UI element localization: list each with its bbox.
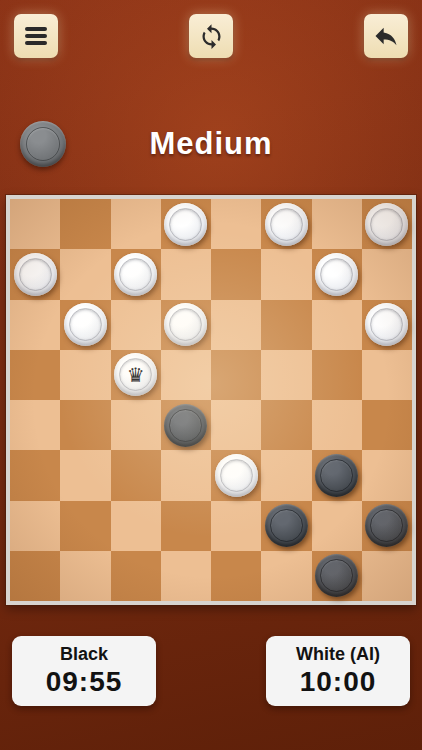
piece-ring — [169, 409, 202, 442]
white-man-piece[interactable] — [14, 253, 57, 296]
board-square[interactable] — [312, 400, 362, 450]
board-square[interactable] — [211, 551, 261, 601]
board-square[interactable] — [312, 300, 362, 350]
board-square[interactable] — [111, 400, 161, 450]
board-square[interactable] — [261, 300, 311, 350]
board-square[interactable] — [111, 551, 161, 601]
board-square[interactable] — [161, 300, 211, 350]
white-player-clock: White (AI) 10:00 — [266, 636, 410, 706]
white-man-piece[interactable] — [365, 203, 408, 246]
board-square[interactable] — [10, 450, 60, 500]
restart-button[interactable] — [189, 14, 233, 58]
board-square[interactable] — [161, 400, 211, 450]
board-square[interactable] — [312, 501, 362, 551]
board-square[interactable] — [161, 501, 211, 551]
board-square[interactable] — [312, 199, 362, 249]
white-player-time: 10:00 — [300, 666, 377, 698]
board-square[interactable] — [362, 501, 412, 551]
board-square[interactable] — [10, 300, 60, 350]
board-square[interactable] — [10, 400, 60, 450]
board-square[interactable] — [111, 501, 161, 551]
board-square[interactable] — [10, 501, 60, 551]
black-player-time: 09:55 — [46, 666, 123, 698]
black-man-piece[interactable] — [265, 504, 308, 547]
white-player-label: White (AI) — [296, 644, 380, 665]
piece-ring — [320, 258, 353, 291]
board-square[interactable] — [60, 551, 110, 601]
board-square[interactable] — [211, 199, 261, 249]
board-square[interactable] — [261, 249, 311, 299]
board-square[interactable] — [362, 450, 412, 500]
piece-ring — [220, 459, 253, 492]
board-square[interactable] — [312, 551, 362, 601]
board-square[interactable] — [111, 300, 161, 350]
board-square[interactable] — [10, 199, 60, 249]
refresh-icon — [198, 23, 225, 50]
piece-ring — [119, 258, 152, 291]
board-square[interactable] — [60, 199, 110, 249]
black-player-clock: Black 09:55 — [12, 636, 156, 706]
piece-ring — [169, 208, 202, 241]
board-square[interactable] — [312, 350, 362, 400]
black-man-piece[interactable] — [365, 504, 408, 547]
king-crown-icon: ♛ — [114, 353, 157, 396]
hamburger-icon — [25, 27, 47, 45]
board-square[interactable] — [312, 249, 362, 299]
black-man-piece[interactable] — [315, 554, 358, 597]
board-square[interactable] — [211, 400, 261, 450]
checkers-app-screen: { "game": "checkers", "header": { "title… — [0, 0, 422, 750]
piece-ring — [69, 308, 102, 341]
board-square[interactable] — [60, 350, 110, 400]
board-square[interactable] — [111, 450, 161, 500]
board-square[interactable] — [362, 300, 412, 350]
board-square[interactable] — [362, 249, 412, 299]
white-king-piece[interactable]: ♛ — [114, 353, 157, 396]
piece-ring — [320, 459, 353, 492]
board-square[interactable] — [60, 501, 110, 551]
black-player-label: Black — [60, 644, 108, 665]
white-man-piece[interactable] — [215, 454, 258, 497]
board-square[interactable] — [261, 501, 311, 551]
piece-ring — [169, 308, 202, 341]
board-square[interactable] — [111, 199, 161, 249]
piece-ring — [320, 559, 353, 592]
board-square[interactable] — [261, 199, 311, 249]
white-man-piece[interactable] — [315, 253, 358, 296]
board[interactable]: ♛ — [6, 195, 416, 605]
board-square[interactable] — [211, 300, 261, 350]
board-square[interactable] — [362, 199, 412, 249]
black-man-piece[interactable] — [164, 404, 207, 447]
board-square[interactable] — [261, 551, 311, 601]
board-square[interactable] — [261, 450, 311, 500]
white-man-piece[interactable] — [164, 303, 207, 346]
board-square[interactable] — [362, 551, 412, 601]
board-square[interactable] — [211, 350, 261, 400]
menu-button[interactable] — [14, 14, 58, 58]
piece-ring — [270, 208, 303, 241]
white-man-piece[interactable] — [114, 253, 157, 296]
board-square[interactable] — [362, 400, 412, 450]
undo-button[interactable] — [364, 14, 408, 58]
board-square[interactable] — [60, 300, 110, 350]
board-square[interactable] — [161, 249, 211, 299]
undo-arrow-icon — [372, 22, 400, 50]
board-square[interactable] — [10, 350, 60, 400]
black-man-piece[interactable] — [315, 454, 358, 497]
board-square[interactable] — [161, 551, 211, 601]
piece-ring — [370, 208, 403, 241]
board-square[interactable] — [261, 400, 311, 450]
difficulty-title: Medium — [0, 126, 422, 162]
white-man-piece[interactable] — [164, 203, 207, 246]
piece-ring — [370, 509, 403, 542]
board-square[interactable] — [60, 450, 110, 500]
white-man-piece[interactable] — [265, 203, 308, 246]
white-man-piece[interactable] — [365, 303, 408, 346]
board-square[interactable] — [60, 400, 110, 450]
board-square[interactable] — [10, 249, 60, 299]
piece-ring — [19, 258, 52, 291]
board-square[interactable]: ♛ — [111, 350, 161, 400]
board-square[interactable] — [111, 249, 161, 299]
board-square[interactable] — [211, 450, 261, 500]
board-square[interactable] — [362, 350, 412, 400]
board-square[interactable] — [261, 350, 311, 400]
board-square[interactable] — [211, 501, 261, 551]
piece-ring — [370, 308, 403, 341]
white-man-piece[interactable] — [64, 303, 107, 346]
board-square[interactable] — [161, 350, 211, 400]
board-square[interactable] — [161, 199, 211, 249]
board-square[interactable] — [60, 249, 110, 299]
board-square[interactable] — [312, 450, 362, 500]
board-square[interactable] — [211, 249, 261, 299]
piece-ring — [270, 509, 303, 542]
board-square[interactable] — [10, 551, 60, 601]
board-square[interactable] — [161, 450, 211, 500]
